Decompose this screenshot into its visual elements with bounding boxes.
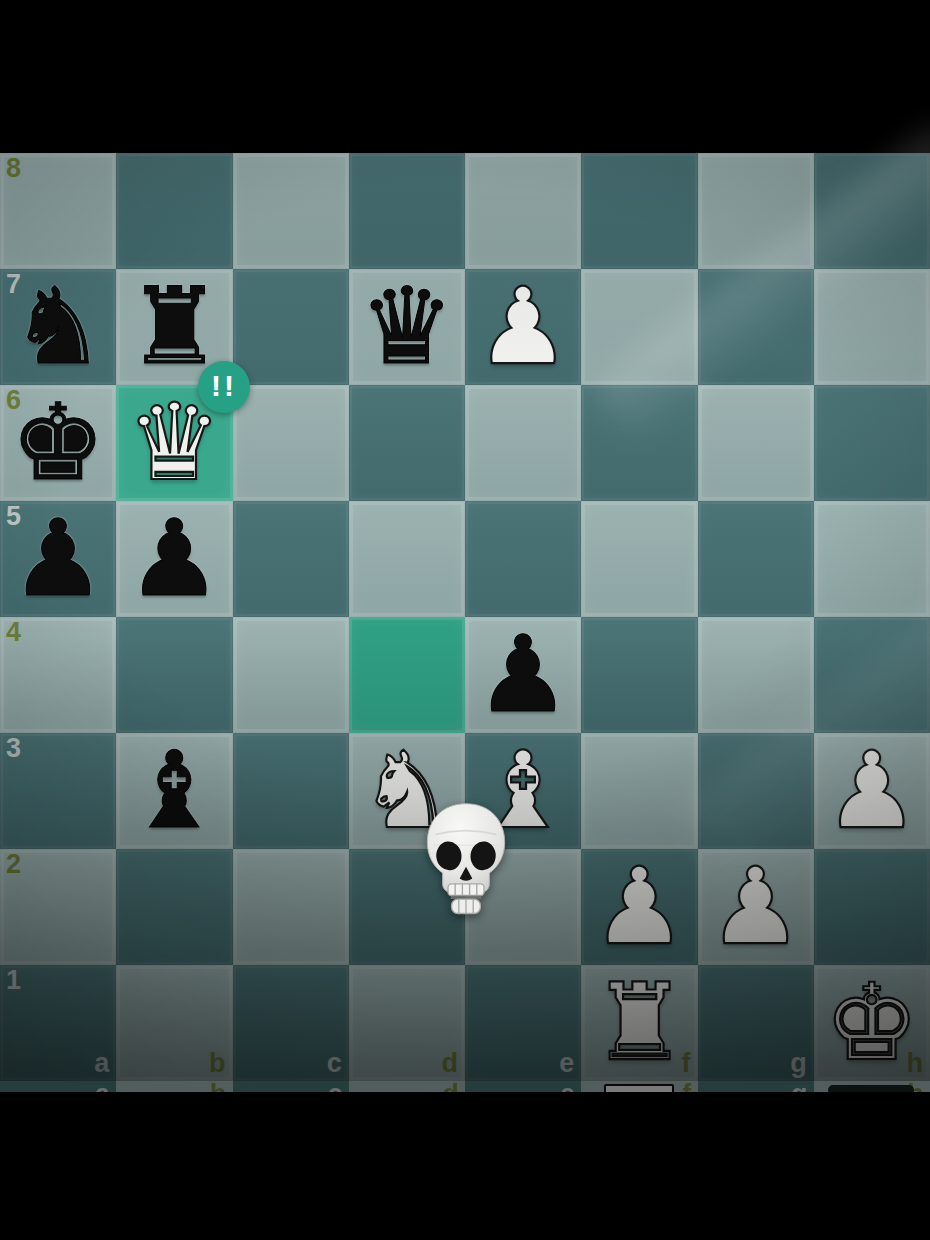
file-label-a: a — [94, 1050, 109, 1077]
rank-label-4: 4 — [6, 619, 21, 646]
file-label-c: c — [327, 1050, 342, 1077]
skull-emoji — [421, 801, 511, 918]
piece-black-bishop-b3[interactable]: ♝ — [116, 733, 232, 849]
square-g1[interactable]: g — [698, 965, 814, 1081]
file-label-reflection-d: d — [442, 1081, 459, 1092]
square-f7[interactable] — [581, 269, 697, 385]
file-label-reflection-c: c — [327, 1081, 342, 1092]
square-e4[interactable]: ♟ — [465, 617, 581, 733]
piece-black-pawn-e4[interactable]: ♟ — [465, 617, 581, 733]
square-d5[interactable] — [349, 501, 465, 617]
file-label-g: g — [790, 1050, 807, 1077]
square-g3[interactable] — [698, 733, 814, 849]
square-d6[interactable] — [349, 385, 465, 501]
reflection-cell-a: a — [0, 1081, 117, 1092]
square-h3[interactable]: ♟ — [814, 733, 930, 849]
square-c7[interactable] — [233, 269, 349, 385]
square-g6[interactable] — [698, 385, 814, 501]
rank-label-3: 3 — [6, 735, 21, 762]
square-e5[interactable] — [465, 501, 581, 617]
reflection-cell-c: c — [233, 1081, 350, 1092]
square-b8[interactable] — [116, 153, 232, 269]
square-e7[interactable]: ♟ — [465, 269, 581, 385]
square-a6[interactable]: 6♚ — [0, 385, 116, 501]
square-b2[interactable] — [116, 849, 232, 965]
square-a5[interactable]: 5♟ — [0, 501, 116, 617]
square-c2[interactable] — [233, 849, 349, 965]
square-h6[interactable] — [814, 385, 930, 501]
file-label-reflection-g: g — [791, 1081, 808, 1092]
square-b1[interactable]: b — [116, 965, 232, 1081]
square-f4[interactable] — [581, 617, 697, 733]
file-label-d: d — [442, 1050, 459, 1077]
rank-label-2: 2 — [6, 851, 21, 878]
square-f6[interactable] — [581, 385, 697, 501]
square-g8[interactable] — [698, 153, 814, 269]
brilliant-move-label: !! — [211, 371, 237, 401]
rank-label-1: 1 — [6, 967, 21, 994]
reflection-cell-b: b — [116, 1081, 233, 1092]
square-h7[interactable] — [814, 269, 930, 385]
square-a8[interactable]: 8 — [0, 153, 116, 269]
reflection-cell-g: g — [698, 1081, 815, 1092]
rook-base-reflection — [604, 1084, 674, 1092]
square-h8[interactable] — [814, 153, 930, 269]
square-c3[interactable] — [233, 733, 349, 849]
square-a1[interactable]: 1a — [0, 965, 116, 1081]
square-f2[interactable]: ♟ — [581, 849, 697, 965]
square-d8[interactable] — [349, 153, 465, 269]
letterbox-top — [0, 0, 930, 153]
square-f1[interactable]: f♜ — [581, 965, 697, 1081]
file-label-reflection-e: e — [560, 1081, 575, 1092]
piece-white-pawn-f2[interactable]: ♟ — [581, 849, 697, 965]
square-c1[interactable]: c — [233, 965, 349, 1081]
piece-white-pawn-g2[interactable]: ♟ — [698, 849, 814, 965]
square-e8[interactable] — [465, 153, 581, 269]
square-h4[interactable] — [814, 617, 930, 733]
chess-board: 87♞♜♛♟6♚♛5♟♟4♟3♝♞♝♟2♟♟1abcdef♜gh♚ !! — [0, 153, 930, 1081]
square-c6[interactable] — [233, 385, 349, 501]
square-a2[interactable]: 2 — [0, 849, 116, 965]
square-b4[interactable] — [116, 617, 232, 733]
square-g2[interactable]: ♟ — [698, 849, 814, 965]
square-a4[interactable]: 4 — [0, 617, 116, 733]
square-c5[interactable] — [233, 501, 349, 617]
square-b5[interactable]: ♟ — [116, 501, 232, 617]
square-a7[interactable]: 7♞ — [0, 269, 116, 385]
square-f3[interactable] — [581, 733, 697, 849]
piece-black-queen-d7[interactable]: ♛ — [349, 269, 465, 385]
king-base-reflection — [828, 1085, 914, 1092]
square-h2[interactable] — [814, 849, 930, 965]
file-label-b: b — [209, 1050, 226, 1077]
file-label-reflection-a: a — [95, 1081, 110, 1092]
square-c8[interactable] — [233, 153, 349, 269]
square-g7[interactable] — [698, 269, 814, 385]
square-g4[interactable] — [698, 617, 814, 733]
square-d4[interactable] — [349, 617, 465, 733]
square-a3[interactable]: 3 — [0, 733, 116, 849]
square-f5[interactable] — [581, 501, 697, 617]
file-label-e: e — [559, 1050, 574, 1077]
piece-black-pawn-b5[interactable]: ♟ — [116, 501, 232, 617]
brilliant-move-badge: !! — [198, 361, 250, 413]
reflection-cell-d: d — [349, 1081, 466, 1092]
square-d7[interactable]: ♛ — [349, 269, 465, 385]
square-h5[interactable] — [814, 501, 930, 617]
square-h1[interactable]: h♚ — [814, 965, 930, 1081]
piece-white-pawn-e7[interactable]: ♟ — [465, 269, 581, 385]
square-e1[interactable]: e — [465, 965, 581, 1081]
board-squares: 87♞♜♛♟6♚♛5♟♟4♟3♝♞♝♟2♟♟1abcdef♜gh♚ — [0, 153, 930, 1081]
square-c4[interactable] — [233, 617, 349, 733]
app-screenshot: 87♞♜♛♟6♚♛5♟♟4♟3♝♞♝♟2♟♟1abcdef♜gh♚ !! — [0, 0, 930, 1240]
square-e6[interactable] — [465, 385, 581, 501]
piece-white-king-h1[interactable]: ♚ — [814, 965, 930, 1081]
letterbox-bottom — [0, 1092, 930, 1240]
piece-black-pawn-a5[interactable]: ♟ — [0, 501, 116, 617]
square-f8[interactable] — [581, 153, 697, 269]
piece-white-pawn-h3[interactable]: ♟ — [814, 733, 930, 849]
piece-white-rook-f1[interactable]: ♜ — [581, 965, 697, 1081]
reflection-cell-e: e — [465, 1081, 582, 1092]
square-d1[interactable]: d — [349, 965, 465, 1081]
board-bottom-reflection: abcdefgh — [0, 1081, 930, 1092]
piece-black-knight-a7[interactable]: ♞ — [0, 269, 116, 385]
piece-black-king-a6[interactable]: ♚ — [0, 385, 116, 501]
rank-label-8: 8 — [6, 155, 21, 182]
square-b3[interactable]: ♝ — [116, 733, 232, 849]
square-g5[interactable] — [698, 501, 814, 617]
file-label-reflection-b: b — [210, 1081, 227, 1092]
